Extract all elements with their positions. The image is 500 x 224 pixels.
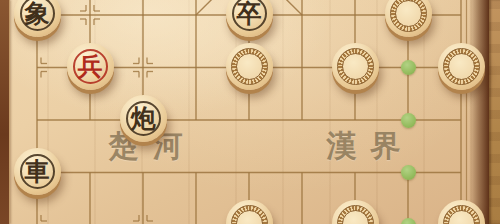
piece-black-soldier[interactable]: 卒 [226, 0, 273, 37]
hidden-piece-center [448, 53, 475, 80]
move-hint-dot[interactable] [401, 113, 416, 128]
hidden-piece-center [395, 0, 422, 27]
hidden-piece-center [236, 210, 263, 224]
hidden-piece-ring [231, 48, 268, 85]
hidden-piece-center [342, 210, 369, 224]
hidden-piece-center [448, 210, 475, 224]
piece-character: 兵 [67, 43, 114, 90]
piece-black-chariot[interactable]: 車 [14, 148, 61, 195]
hidden-piece-ring [390, 0, 427, 32]
hidden-piece-center [236, 53, 263, 80]
piece-black-cannon[interactable]: 炮 [120, 95, 167, 142]
piece-hidden[interactable] [332, 43, 379, 90]
piece-hidden[interactable] [438, 43, 485, 90]
piece-hidden[interactable] [226, 43, 273, 90]
piece-character: 炮 [120, 95, 167, 142]
hidden-piece-center [342, 53, 369, 80]
piece-black-elephant[interactable]: 象 [14, 0, 61, 37]
hidden-piece-ring [443, 48, 480, 85]
move-hint-dot[interactable] [401, 165, 416, 180]
piece-character: 卒 [226, 0, 273, 37]
river-label-right: 漢界 [320, 126, 415, 167]
xiangqi-board[interactable]: 楚河 漢界 象卒兵炮車 [0, 0, 500, 224]
move-hint-dot[interactable] [401, 60, 416, 75]
hidden-piece-ring [337, 205, 374, 224]
piece-character: 象 [14, 0, 61, 37]
hidden-piece-ring [443, 205, 480, 224]
hidden-piece-ring [337, 48, 374, 85]
piece-character: 車 [14, 148, 61, 195]
hidden-piece-ring [231, 205, 268, 224]
piece-red-soldier[interactable]: 兵 [67, 43, 114, 90]
